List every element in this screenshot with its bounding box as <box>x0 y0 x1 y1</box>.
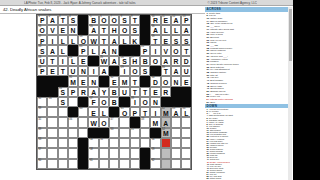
grid-cell[interactable]: O <box>99 117 109 127</box>
cell-number: 59 <box>152 149 155 152</box>
grid-cell <box>161 97 171 107</box>
grid-cell[interactable] <box>99 159 109 169</box>
cell-letter: E <box>162 38 170 46</box>
grid-cell[interactable]: L <box>171 25 181 35</box>
cell-letter: V <box>48 27 56 35</box>
grid-cell[interactable]: T <box>140 87 150 97</box>
cell-letter: O <box>120 110 128 118</box>
grid-cell[interactable] <box>119 117 129 127</box>
cell-letter: A <box>172 68 180 76</box>
grid-cell[interactable]: B <box>109 87 119 97</box>
grid-cell[interactable]: I <box>150 107 160 117</box>
cell-letter: P <box>38 17 46 25</box>
grid-cell[interactable]: 55 <box>99 138 109 148</box>
grid-cell[interactable]: 36 <box>47 97 57 107</box>
cell-letter: M <box>120 79 128 87</box>
grid-cell[interactable]: N <box>171 76 181 86</box>
grid-cell[interactable]: A <box>47 45 57 55</box>
grid-cell <box>150 66 160 76</box>
grid-cell[interactable]: B <box>109 97 119 107</box>
grid-cell <box>150 128 160 138</box>
grid-cell[interactable]: 25W <box>99 56 109 66</box>
grid-cell[interactable]: K <box>130 35 140 45</box>
cell-number: 53 <box>38 139 41 142</box>
cell-letter: T <box>151 38 159 46</box>
grid-cell[interactable]: 31M <box>68 76 78 86</box>
grid-cell[interactable] <box>47 128 57 138</box>
clue-item[interactable]: 56. Stitch closed <box>205 177 288 179</box>
grid-cell[interactable] <box>109 138 119 148</box>
grid-cell[interactable]: 1P <box>37 15 47 25</box>
grid-cell[interactable] <box>161 138 171 148</box>
cell-letter: S <box>182 38 190 46</box>
grid-cell <box>37 76 47 86</box>
grid-cell[interactable] <box>47 159 57 169</box>
grid-cell[interactable]: 62 <box>150 159 160 169</box>
grid-cell[interactable]: L <box>99 107 109 117</box>
grid-cell[interactable]: A <box>99 45 109 55</box>
grid-cell[interactable]: 39 <box>37 107 47 117</box>
grid-cell[interactable]: 37F <box>88 97 98 107</box>
grid-cell[interactable]: I <box>47 35 57 45</box>
grid-cell[interactable]: 56 <box>150 138 160 148</box>
grid-cell[interactable]: 8S <box>119 15 129 25</box>
grid-cell[interactable] <box>47 148 57 158</box>
grid-cell[interactable]: A <box>181 25 191 35</box>
grid-cell <box>78 25 88 35</box>
cell-letter: V <box>162 48 170 56</box>
cell-letter: A <box>100 68 108 76</box>
crossword-grid[interactable]: 1P2A3T4S5B6O7O8S9T10R11E12A13P14OVEN15AT… <box>36 14 192 170</box>
grid-cell[interactable]: 6O <box>99 15 109 25</box>
cell-letter: E <box>110 79 118 87</box>
grid-cell[interactable]: S <box>130 25 140 35</box>
grid-cell <box>140 15 150 25</box>
desktop-background <box>293 0 320 180</box>
grid-cell[interactable] <box>181 128 191 138</box>
grid-cell[interactable]: A <box>109 35 119 45</box>
cell-letter: N <box>79 68 87 76</box>
grid-cell[interactable] <box>99 148 109 158</box>
grid-cell[interactable]: 3T <box>58 15 68 25</box>
cell-letter: N <box>89 79 97 87</box>
grid-cell[interactable] <box>58 117 68 127</box>
grid-cell[interactable]: T <box>58 66 68 76</box>
grid-cell <box>37 87 47 97</box>
cell-letter: T <box>48 58 56 66</box>
cell-letter: P <box>131 110 139 118</box>
grid-cell[interactable]: 15A <box>88 25 98 35</box>
cell-letter: O <box>151 58 159 66</box>
cell-letter: L <box>59 48 67 56</box>
grid-cell[interactable]: E <box>47 66 57 76</box>
grid-cell <box>68 107 78 117</box>
cell-letter: A <box>162 120 170 128</box>
grid-cell[interactable]: 5B <box>88 15 98 25</box>
cell-letter: N <box>69 27 77 35</box>
grid-cell <box>119 97 129 107</box>
grid-cell[interactable]: N <box>109 45 119 55</box>
grid-cell[interactable]: 13P <box>181 15 191 25</box>
grid-cell[interactable] <box>68 148 78 158</box>
grid-cell[interactable]: L <box>68 35 78 45</box>
grid-cell[interactable]: L <box>161 25 171 35</box>
grid-cell[interactable]: A <box>171 66 181 76</box>
grid-cell <box>99 76 109 86</box>
grid-cell[interactable] <box>171 117 181 127</box>
grid-cell[interactable]: A <box>161 117 171 127</box>
grid-cell[interactable]: V <box>161 45 171 55</box>
grid-cell[interactable]: 50 <box>109 128 119 138</box>
cell-letter: A <box>110 58 118 66</box>
grid-cell[interactable]: A <box>109 56 119 66</box>
grid-cell[interactable]: U <box>181 66 191 76</box>
cell-letter: U <box>38 58 46 66</box>
grid-cell[interactable]: L <box>58 45 68 55</box>
clue-scrollbar[interactable] <box>288 7 292 180</box>
cell-letter: I <box>131 99 139 107</box>
grid-cell[interactable] <box>78 117 88 127</box>
cell-letter: R <box>151 17 159 25</box>
grid-cell[interactable]: 48 <box>140 117 150 127</box>
grid-cell[interactable]: 44L <box>181 107 191 117</box>
grid-cell[interactable]: E <box>78 56 88 66</box>
grid-cell[interactable]: 57 <box>37 148 47 158</box>
cell-letter: M <box>162 130 170 138</box>
grid-cell[interactable]: B <box>140 56 150 66</box>
cell-letter: K <box>131 38 139 46</box>
grid-cell[interactable] <box>68 128 78 138</box>
grid-cell[interactable] <box>119 128 129 138</box>
grid-cell[interactable]: 38I <box>130 97 140 107</box>
cell-letter: E <box>182 79 190 87</box>
grid-cell[interactable] <box>171 138 181 148</box>
cell-letter: S <box>120 17 128 25</box>
grid-cell[interactable]: 40 <box>78 107 88 117</box>
grid-cell[interactable]: O <box>119 25 129 35</box>
grid-cell[interactable]: L <box>119 35 129 45</box>
cell-letter: S <box>38 48 46 56</box>
grid-cell[interactable]: O <box>140 97 150 107</box>
grid-cell[interactable]: 35 <box>37 97 47 107</box>
grid-cell[interactable] <box>181 148 191 158</box>
cell-letter: T <box>131 89 139 97</box>
cell-letter: A <box>172 17 180 25</box>
grid-cell <box>130 45 140 55</box>
grid-cell[interactable] <box>161 159 171 169</box>
cell-letter: S <box>172 38 180 46</box>
grid-cell[interactable]: 12A <box>171 15 181 25</box>
grid-cell[interactable] <box>171 148 181 158</box>
cell-letter: I <box>151 110 159 118</box>
grid-cell[interactable] <box>130 138 140 148</box>
cell-number: 40 <box>80 108 83 111</box>
grid-cell[interactable]: E <box>181 76 191 86</box>
grid-cell[interactable]: 24L <box>68 56 78 66</box>
grid-cell[interactable] <box>181 138 191 148</box>
grid-cell[interactable]: S <box>58 97 68 107</box>
cell-letter: R <box>172 58 180 66</box>
cell-letter: D <box>182 58 190 66</box>
grid-cell[interactable]: 27H <box>130 56 140 66</box>
grid-cell[interactable]: H <box>109 25 119 35</box>
across-clue-list[interactable]: 1. Gentle taps5. Leg up10. Gather grain1… <box>205 12 288 104</box>
grid-cell[interactable] <box>161 148 171 158</box>
grid-cell[interactable]: E <box>58 25 68 35</box>
grid-cell <box>88 128 98 138</box>
grid-cell[interactable]: 29I <box>119 66 129 76</box>
cell-letter: S <box>120 58 128 66</box>
cell-letter: O <box>120 27 128 35</box>
grid-cell[interactable]: I <box>150 45 160 55</box>
cell-letter: W <box>89 38 97 46</box>
grid-cell[interactable]: 14O <box>37 25 47 35</box>
grid-cell[interactable] <box>109 148 119 158</box>
grid-cell[interactable]: Y <box>99 87 109 97</box>
cell-letter: A <box>182 27 190 35</box>
cell-letter: R <box>79 89 87 97</box>
grid-cell[interactable] <box>181 159 191 169</box>
grid-cell[interactable] <box>68 97 78 107</box>
grid-cell[interactable]: E <box>88 107 98 117</box>
grid-cell[interactable] <box>130 159 140 169</box>
cell-letter: A <box>100 48 108 56</box>
cell-number: 49 <box>38 129 41 132</box>
cell-letter: T <box>162 68 170 76</box>
cell-letter: L <box>69 38 77 46</box>
grid-cell[interactable] <box>140 128 150 138</box>
grid-cell[interactable]: T <box>130 76 140 86</box>
grid-cell[interactable] <box>58 148 68 158</box>
grid-cell[interactable] <box>171 128 181 138</box>
grid-cell[interactable]: T <box>99 35 109 45</box>
grid-cell[interactable]: R <box>161 87 171 97</box>
cell-letter: P <box>182 17 190 25</box>
cell-letter: B <box>141 58 149 66</box>
grid-cell[interactable] <box>171 159 181 169</box>
grid-cell[interactable]: L <box>58 35 68 45</box>
grid-cell <box>181 87 191 97</box>
cell-letter: A <box>48 17 56 25</box>
down-clue-list[interactable]: 1. Appears unexpectedly2. Fly a plane3. … <box>205 108 288 179</box>
grid-cell[interactable]: V <box>47 25 57 35</box>
grid-cell[interactable]: 11E <box>161 15 171 25</box>
grid-cell[interactable]: 7O <box>109 15 119 25</box>
cell-letter: A <box>162 58 170 66</box>
grid-cell[interactable]: N <box>150 97 160 107</box>
grid-cell[interactable]: N <box>68 25 78 35</box>
grid-cell[interactable]: O <box>130 66 140 76</box>
grid-cell[interactable]: 53 <box>37 138 47 148</box>
grid-cell[interactable]: W <box>88 117 98 127</box>
grid-cell[interactable] <box>119 148 129 158</box>
grid-cell[interactable]: I <box>58 56 68 66</box>
cell-letter: A <box>48 48 56 56</box>
grid-cell[interactable]: D <box>181 56 191 66</box>
grid-cell[interactable]: 21P <box>78 45 88 55</box>
grid-cell <box>109 107 119 117</box>
grid-cell[interactable] <box>47 107 57 117</box>
grid-cell[interactable]: 42M <box>161 107 171 117</box>
grid-cell[interactable]: 9T <box>130 15 140 25</box>
cell-letter: I <box>120 68 128 76</box>
cell-letter: O <box>100 120 108 128</box>
grid-cell[interactable]: 17P <box>37 35 47 45</box>
grid-cell[interactable] <box>58 107 68 117</box>
grid-cell[interactable]: N <box>88 76 98 86</box>
grid-cell[interactable]: M <box>150 117 160 127</box>
grid-cell[interactable]: R <box>78 87 88 97</box>
grid-cell[interactable]: 58 <box>88 148 98 158</box>
grid-cell[interactable]: A <box>99 66 109 76</box>
grid-cell[interactable]: 54 <box>88 138 98 148</box>
grid-cell[interactable] <box>47 138 57 148</box>
grid-cell <box>88 56 98 66</box>
grid-cell[interactable]: 22P <box>140 45 150 55</box>
cell-letter: B <box>89 17 97 25</box>
grid-cell <box>140 35 150 45</box>
grid-cell[interactable]: 46 <box>68 117 78 127</box>
grid-cell[interactable]: 4S <box>68 15 78 25</box>
grid-cell[interactable]: 18O <box>78 35 88 45</box>
grid-cell[interactable]: S <box>171 35 181 45</box>
cell-letter: W <box>100 58 108 66</box>
grid-cell[interactable]: 30T <box>161 66 171 76</box>
grid-cell[interactable]: 10R <box>150 15 160 25</box>
grid-cell[interactable]: T <box>181 45 191 55</box>
grid-cell[interactable]: 59 <box>150 148 160 158</box>
cell-letter: S <box>59 99 67 107</box>
grid-cell[interactable] <box>47 117 57 127</box>
cell-number: 45 <box>38 119 41 122</box>
grid-cell[interactable]: S <box>181 35 191 45</box>
grid-cell[interactable]: U <box>119 87 129 97</box>
grid-cell[interactable]: T <box>130 87 140 97</box>
cell-letter: T <box>100 38 108 46</box>
grid-cell[interactable]: S <box>140 66 150 76</box>
grid-cell[interactable]: A <box>161 56 171 66</box>
grid-cell[interactable] <box>119 159 129 169</box>
cell-letter: T <box>131 17 139 25</box>
grid-cell[interactable]: 45 <box>37 117 47 127</box>
grid-cell[interactable] <box>68 138 78 148</box>
grid-cell[interactable]: P <box>68 87 78 97</box>
grid-cell[interactable]: 28P <box>37 66 47 76</box>
grid-cell[interactable] <box>58 138 68 148</box>
grid-cell[interactable]: O <box>171 45 181 55</box>
grid-cell[interactable]: O <box>150 56 160 66</box>
active-clue-text: 42. Deadly African snakes <box>0 7 51 12</box>
cell-letter: B <box>110 89 118 97</box>
cell-number: 61 <box>90 160 93 163</box>
grid-cell[interactable]: O <box>99 97 109 107</box>
grid-cell[interactable]: 60 <box>37 159 47 169</box>
cell-number: 50 <box>110 129 113 132</box>
grid-cell[interactable]: 20S <box>37 45 47 55</box>
cell-number: 57 <box>38 149 41 152</box>
grid-cell[interactable]: 33D <box>150 76 160 86</box>
copyright-text: © 2023 Tribune Content Agency, LLC <box>207 1 257 5</box>
grid-cell <box>119 45 129 55</box>
clue-scrollbar-thumb[interactable] <box>289 9 292 61</box>
grid-cell[interactable]: R <box>171 56 181 66</box>
cell-letter: L <box>69 58 77 66</box>
grid-cell[interactable]: 61 <box>88 159 98 169</box>
cell-number: 46 <box>69 119 72 122</box>
grid-cell[interactable]: I <box>88 66 98 76</box>
cell-letter: N <box>110 48 118 56</box>
cell-letter: A <box>89 89 97 97</box>
grid-cell[interactable]: A <box>88 87 98 97</box>
cell-letter: T <box>59 68 67 76</box>
cell-letter: S <box>69 17 77 25</box>
grid-cell[interactable]: 26S <box>119 56 129 66</box>
grid-cell[interactable] <box>109 159 119 169</box>
grid-cell[interactable]: U <box>68 66 78 76</box>
grid-cell[interactable]: M <box>119 76 129 86</box>
grid-cell[interactable]: T <box>99 25 109 35</box>
grid-cell[interactable]: E <box>150 87 160 97</box>
grid-cell <box>78 148 88 158</box>
cell-letter: H <box>110 27 118 35</box>
grid-cell[interactable] <box>78 128 88 138</box>
cell-letter: S <box>131 27 139 35</box>
grid-cell[interactable]: O <box>161 76 171 86</box>
grid-cell <box>140 148 150 158</box>
cell-letter: E <box>89 110 97 118</box>
grid-cell[interactable]: E <box>78 76 88 86</box>
grid-cell[interactable]: 32E <box>109 76 119 86</box>
grid-cell[interactable]: 41O <box>119 107 129 117</box>
cell-letter: P <box>38 68 46 76</box>
grid-cell[interactable] <box>130 148 140 158</box>
grid-cell[interactable]: L <box>88 45 98 55</box>
grid-cell[interactable]: W <box>88 35 98 45</box>
grid-cell[interactable] <box>68 159 78 169</box>
clue-panel: ACROSS 1. Gentle taps5. Leg up10. Gather… <box>205 7 288 180</box>
grid-cell[interactable]: E <box>161 35 171 45</box>
grid-cell[interactable]: 2A <box>47 15 57 25</box>
grid-cell[interactable]: 51 <box>130 128 140 138</box>
grid-cell[interactable]: 23U <box>37 56 47 66</box>
grid-cell[interactable]: N <box>78 66 88 76</box>
grid-cell[interactable]: T <box>140 107 150 117</box>
cell-letter: B <box>110 99 118 107</box>
grid-cell <box>47 76 57 86</box>
grid-cell[interactable] <box>119 138 129 148</box>
cell-letter: Y <box>100 89 108 97</box>
grid-cell[interactable]: 19T <box>150 35 160 45</box>
grid-cell[interactable]: 16A <box>150 25 160 35</box>
grid-cell <box>171 97 181 107</box>
grid-cell[interactable]: 49 <box>37 128 47 138</box>
cell-letter: P <box>69 89 77 97</box>
grid-cell[interactable] <box>58 159 68 169</box>
grid-cell[interactable]: 47 <box>109 117 119 127</box>
grid-cell[interactable]: 52M <box>161 128 171 138</box>
cell-number: 51 <box>131 129 134 132</box>
grid-cell[interactable]: T <box>47 56 57 66</box>
grid-cell[interactable]: 43A <box>171 107 181 117</box>
grid-cell[interactable]: 34S <box>58 87 68 97</box>
cell-letter: D <box>151 79 159 87</box>
grid-cell[interactable]: P <box>130 107 140 117</box>
cell-letter: E <box>59 27 67 35</box>
cell-letter: I <box>48 38 56 46</box>
grid-cell[interactable] <box>140 138 150 148</box>
grid-cell[interactable] <box>58 128 68 138</box>
grid-cell[interactable] <box>181 117 191 127</box>
